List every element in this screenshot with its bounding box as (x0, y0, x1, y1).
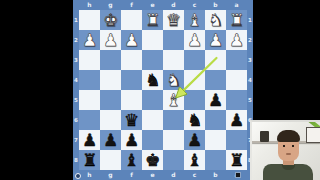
square-c5[interactable] (184, 90, 205, 110)
white-pawn-h2: ♟ (79, 30, 100, 50)
file-labels-top: hgfedcba (79, 0, 247, 10)
coord-label: h (79, 170, 100, 180)
square-d7[interactable] (163, 130, 184, 150)
square-c4[interactable] (184, 70, 205, 90)
square-a3[interactable] (226, 50, 247, 70)
white-knight-b1: ♞ (205, 10, 226, 30)
white-pawn-c2: ♟ (184, 30, 205, 50)
white-king-g1: ♚ (100, 10, 121, 30)
black-pawn-f7: ♟ (121, 130, 142, 150)
person (252, 122, 320, 180)
square-g4[interactable] (100, 70, 121, 90)
square-e2[interactable] (142, 30, 163, 50)
chess-board: hgfedcba hgfedcba 12345678 12345678 ♚♜♛♝… (73, 0, 253, 180)
coord-label: e (142, 0, 163, 10)
square-f4[interactable] (121, 70, 142, 90)
coord-label: b (205, 170, 226, 180)
square-c2[interactable]: ♟ (184, 30, 205, 50)
square-d6[interactable] (163, 110, 184, 130)
person-eye-right (292, 145, 294, 147)
square-f5[interactable] (121, 90, 142, 110)
black-pawn-g7: ♟ (100, 130, 121, 150)
black-pawn-h7: ♟ (79, 130, 100, 150)
file-labels-bottom: hgfedcba (79, 170, 247, 180)
black-rook-a8: ♜ (226, 150, 247, 170)
white-pawn-b2: ♟ (205, 30, 226, 50)
square-f7[interactable]: ♟ (121, 130, 142, 150)
square-e3[interactable] (142, 50, 163, 70)
board-squares: ♚♜♛♝♞♜♟♟♟♟♟♟♞♞♝♟♛♞♟♟♟♟♟♜♝♚♝♜ (79, 10, 247, 170)
black-king-e8: ♚ (142, 150, 163, 170)
square-a7[interactable] (226, 130, 247, 150)
coord-label: 3 (247, 50, 253, 70)
white-bishop-c1: ♝ (184, 10, 205, 30)
coord-label: f (121, 170, 142, 180)
black-bishop-c8: ♝ (184, 150, 205, 170)
square-a4[interactable] (226, 70, 247, 90)
square-e4[interactable]: ♞ (142, 70, 163, 90)
square-c7[interactable]: ♟ (184, 130, 205, 150)
person-eye-left (283, 145, 285, 147)
square-h2[interactable]: ♟ (79, 30, 100, 50)
white-pawn-f2: ♟ (121, 30, 142, 50)
square-d8[interactable] (163, 150, 184, 170)
square-g5[interactable] (100, 90, 121, 110)
square-h8[interactable]: ♜ (79, 150, 100, 170)
black-knight-c6: ♞ (184, 110, 205, 130)
square-f2[interactable]: ♟ (121, 30, 142, 50)
white-queen-d1: ♛ (163, 10, 184, 30)
square-a5[interactable] (226, 90, 247, 110)
square-c3[interactable] (184, 50, 205, 70)
white-bishop-d5: ♝ (163, 90, 184, 110)
square-d2[interactable] (163, 30, 184, 50)
black-pawn-c7: ♟ (184, 130, 205, 150)
coord-label: c (184, 170, 205, 180)
square-b1[interactable]: ♞ (205, 10, 226, 30)
black-pawn-a6: ♟ (226, 110, 247, 130)
coord-label: e (142, 170, 163, 180)
person-hair (277, 130, 300, 142)
coord-label: h (79, 0, 100, 10)
square-g2[interactable]: ♟ (100, 30, 121, 50)
square-e6[interactable] (142, 110, 163, 130)
coord-label: g (100, 170, 121, 180)
square-d5[interactable]: ♝ (163, 90, 184, 110)
square-a2[interactable]: ♟ (226, 30, 247, 50)
square-b8[interactable] (205, 150, 226, 170)
black-rook-h8: ♜ (79, 150, 100, 170)
webcam-view (250, 120, 320, 180)
coord-label: d (163, 170, 184, 180)
square-a1[interactable]: ♜ (226, 10, 247, 30)
coord-label: a (226, 0, 247, 10)
coord-label: d (163, 0, 184, 10)
coord-label: 2 (247, 30, 253, 50)
square-f3[interactable] (121, 50, 142, 70)
board-corner-icon[interactable] (235, 172, 241, 178)
square-a8[interactable]: ♜ (226, 150, 247, 170)
flip-board-icon[interactable] (75, 173, 81, 179)
square-h6[interactable] (79, 110, 100, 130)
white-pawn-a2: ♟ (226, 30, 247, 50)
square-e7[interactable] (142, 130, 163, 150)
square-c6[interactable]: ♞ (184, 110, 205, 130)
square-f8[interactable]: ♝ (121, 150, 142, 170)
black-bishop-f8: ♝ (121, 150, 142, 170)
square-g1[interactable]: ♚ (100, 10, 121, 30)
square-b6[interactable] (205, 110, 226, 130)
square-a6[interactable]: ♟ (226, 110, 247, 130)
white-rook-a1: ♜ (226, 10, 247, 30)
square-d3[interactable] (163, 50, 184, 70)
square-e5[interactable] (142, 90, 163, 110)
square-g3[interactable] (100, 50, 121, 70)
square-g7[interactable]: ♟ (100, 130, 121, 150)
square-f1[interactable] (121, 10, 142, 30)
coord-label: c (184, 0, 205, 10)
square-f6[interactable]: ♛ (121, 110, 142, 130)
square-c1[interactable]: ♝ (184, 10, 205, 30)
coord-label: b (205, 0, 226, 10)
square-h7[interactable]: ♟ (79, 130, 100, 150)
square-b3[interactable] (205, 50, 226, 70)
coord-label: 5 (247, 90, 253, 110)
square-g8[interactable] (100, 150, 121, 170)
square-h3[interactable] (79, 50, 100, 70)
square-h1[interactable] (79, 10, 100, 30)
square-b2[interactable]: ♟ (205, 30, 226, 50)
black-queen-f6: ♛ (121, 110, 142, 130)
coord-label: g (100, 0, 121, 10)
square-h5[interactable] (79, 90, 100, 110)
coord-label: 1 (247, 10, 253, 30)
square-g6[interactable] (100, 110, 121, 130)
square-b5[interactable]: ♟ (205, 90, 226, 110)
coord-label: f (121, 0, 142, 10)
coord-label: 4 (247, 70, 253, 90)
square-h4[interactable] (79, 70, 100, 90)
video-frame: hgfedcba hgfedcba 12345678 12345678 ♚♜♛♝… (0, 0, 320, 180)
square-d4[interactable]: ♞ (163, 70, 184, 90)
square-b4[interactable] (205, 70, 226, 90)
square-e1[interactable]: ♜ (142, 10, 163, 30)
square-b7[interactable] (205, 130, 226, 150)
square-c8[interactable]: ♝ (184, 150, 205, 170)
black-knight-e4: ♞ (142, 70, 163, 90)
black-pawn-b5: ♟ (205, 90, 226, 110)
square-e8[interactable]: ♚ (142, 150, 163, 170)
white-knight-d4: ♞ (163, 70, 184, 90)
white-pawn-g2: ♟ (100, 30, 121, 50)
white-rook-e1: ♜ (142, 10, 163, 30)
square-d1[interactable]: ♛ (163, 10, 184, 30)
person-mouth (286, 153, 291, 155)
